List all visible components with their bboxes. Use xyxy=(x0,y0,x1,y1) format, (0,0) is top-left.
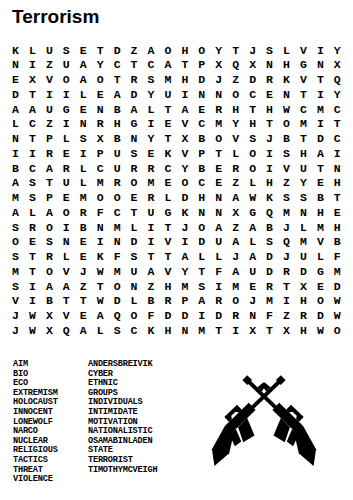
grid-cell: I xyxy=(24,279,41,294)
grid-cell: L xyxy=(24,205,41,220)
grid-cell: U xyxy=(58,58,75,73)
grid-cell: I xyxy=(58,87,75,102)
grid-cell: D xyxy=(126,235,143,250)
grid-cell: Q xyxy=(109,309,126,324)
grid-cell: C xyxy=(159,161,176,176)
word-search-worksheet: Terrorism KLUSETDZAOHOYTJSLVIYNIZUAYCTCA… xyxy=(0,0,353,500)
grid-cell: S xyxy=(278,191,295,206)
grid-cell: T xyxy=(261,323,278,338)
grid-cell: M xyxy=(92,176,109,191)
grid-cell: Z xyxy=(126,43,143,58)
grid-cell: C xyxy=(126,323,143,338)
grid-cell: R xyxy=(41,250,58,265)
grid-cell: X xyxy=(278,323,295,338)
grid-cell: B xyxy=(278,132,295,147)
grid-cell: N xyxy=(126,132,143,147)
grid-cell: D xyxy=(261,250,278,265)
grid-cell: I xyxy=(329,146,346,161)
grid-cell: M xyxy=(312,220,329,235)
grid-cell: A xyxy=(244,220,261,235)
grid-cell: R xyxy=(109,176,126,191)
grid-cell: E xyxy=(75,43,92,58)
grid-cell: K xyxy=(143,323,160,338)
grid-cell: D xyxy=(244,73,261,88)
grid-cell: Q xyxy=(227,58,244,73)
grid-cell: M xyxy=(159,73,176,88)
grid-cell: R xyxy=(126,161,143,176)
grid-cell: S xyxy=(7,220,24,235)
grid-cell: T xyxy=(329,191,346,206)
grid-cell: A xyxy=(210,220,227,235)
grid-cell: T xyxy=(75,294,92,309)
grid-cell: P xyxy=(41,132,58,147)
grid-cell: R xyxy=(24,220,41,235)
grid-cell: I xyxy=(143,117,160,132)
grid-cell: B xyxy=(143,294,160,309)
grid-cell: D xyxy=(329,279,346,294)
grid-cell: O xyxy=(41,264,58,279)
grid-cell: H xyxy=(329,176,346,191)
grid-cell: E xyxy=(75,235,92,250)
grid-cell: B xyxy=(7,161,24,176)
grid-cell: H xyxy=(193,191,210,206)
grid-cell: X xyxy=(41,309,58,324)
grid-cell: O xyxy=(92,191,109,206)
grid-cell: L xyxy=(24,43,41,58)
grid-cell: S xyxy=(126,146,143,161)
grid-cell: J xyxy=(176,220,193,235)
grid-cell: O xyxy=(58,73,75,88)
grid-cell: K xyxy=(176,205,193,220)
grid-cell: U xyxy=(244,264,261,279)
grid-cell: M xyxy=(295,117,312,132)
word-list-column-2: ANDERSBREIVIKCYBERETHNICGROUPSINDIVIDUAL… xyxy=(88,360,157,475)
grid-cell: H xyxy=(244,117,261,132)
grid-cell: I xyxy=(312,117,329,132)
grid-cell: X xyxy=(244,323,261,338)
grid-cell: I xyxy=(24,146,41,161)
grid-cell: T xyxy=(261,117,278,132)
grid-cell: U xyxy=(159,87,176,102)
grid-cell: Y xyxy=(143,132,160,147)
grid-cell: M xyxy=(227,279,244,294)
grid-cell: T xyxy=(295,87,312,102)
grid-cell: N xyxy=(261,58,278,73)
grid-cell: S xyxy=(278,146,295,161)
grid-cell: O xyxy=(227,294,244,309)
grid-cell: R xyxy=(58,161,75,176)
grid-cell: L xyxy=(227,146,244,161)
grid-cell: R xyxy=(210,102,227,117)
grid-cell: B xyxy=(193,161,210,176)
grid-cell: N xyxy=(312,58,329,73)
grid-cell: F xyxy=(329,250,346,265)
grid-cell: I xyxy=(24,58,41,73)
grid-cell: T xyxy=(295,132,312,147)
grid-cell: M xyxy=(176,279,193,294)
grid-cell: A xyxy=(58,279,75,294)
grid-cell: O xyxy=(244,161,261,176)
grid-cell: N xyxy=(109,235,126,250)
grid-cell: E xyxy=(58,146,75,161)
grid-cell: M xyxy=(109,264,126,279)
grid-cell: N xyxy=(210,87,227,102)
grid-cell: X xyxy=(92,132,109,147)
grid-cell: L xyxy=(244,235,261,250)
grid-cell: G xyxy=(159,205,176,220)
grid-cell: A xyxy=(24,102,41,117)
grid-cell: V xyxy=(159,264,176,279)
grid-cell: J xyxy=(244,43,261,58)
grid-cell: F xyxy=(261,309,278,324)
grid-cell: V xyxy=(176,117,193,132)
grid-cell: W xyxy=(278,102,295,117)
grid-cell: L xyxy=(7,117,24,132)
grid-cell: Y xyxy=(176,264,193,279)
grid-cell: W xyxy=(24,309,41,324)
grid-cell: W xyxy=(92,294,109,309)
grid-cell: N xyxy=(92,220,109,235)
grid-cell: N xyxy=(193,205,210,220)
grid-cell: V xyxy=(7,294,24,309)
grid-cell: L xyxy=(126,220,143,235)
grid-cell: N xyxy=(7,58,24,73)
grid-cell: X xyxy=(176,132,193,147)
grid-cell: D xyxy=(210,309,227,324)
grid-cell: A xyxy=(41,205,58,220)
grid-cell: L xyxy=(75,176,92,191)
grid-cell: M xyxy=(261,294,278,309)
word-list-item: VIOLENCE xyxy=(13,475,58,485)
grid-cell: L xyxy=(312,250,329,265)
grid-cell: T xyxy=(92,43,109,58)
grid-cell: O xyxy=(92,73,109,88)
grid-cell: L xyxy=(143,102,160,117)
grid-cell: I xyxy=(7,146,24,161)
grid-cell: L xyxy=(278,43,295,58)
grid-cell: L xyxy=(159,191,176,206)
grid-cell: W xyxy=(329,294,346,309)
grid-cell: F xyxy=(210,264,227,279)
grid-cell: R xyxy=(295,309,312,324)
grid-cell: I xyxy=(193,309,210,324)
grid-cell: E xyxy=(193,102,210,117)
grid-cell: A xyxy=(126,102,143,117)
grid-cell: X xyxy=(295,279,312,294)
grid-cell: T xyxy=(159,102,176,117)
grid-cell: E xyxy=(75,102,92,117)
grid-cell: Y xyxy=(227,117,244,132)
grid-cell: C xyxy=(329,102,346,117)
grid-cell: O xyxy=(278,117,295,132)
grid-cell: Z xyxy=(143,279,160,294)
grid-cell: D xyxy=(312,309,329,324)
grid-cell: A xyxy=(41,161,58,176)
grid-cell: Y xyxy=(92,58,109,73)
grid-cell: L xyxy=(92,323,109,338)
grid-cell: N xyxy=(295,205,312,220)
grid-cell: T xyxy=(109,73,126,88)
grid-cell: S xyxy=(7,279,24,294)
grid-cell: T xyxy=(58,294,75,309)
grid-cell: A xyxy=(143,264,160,279)
grid-cell: R xyxy=(227,161,244,176)
grid-cell: A xyxy=(159,58,176,73)
grid-cell: B xyxy=(261,220,278,235)
grid-cell: J xyxy=(7,309,24,324)
grid-cell: H xyxy=(295,323,312,338)
grid-cell: T xyxy=(92,279,109,294)
word-list-item: TIMOTHYMCVEIGH xyxy=(88,466,157,476)
grid-cell: O xyxy=(109,279,126,294)
grid-cell: S xyxy=(261,235,278,250)
grid-cell: L xyxy=(58,250,75,265)
grid-cell: E xyxy=(7,73,24,88)
grid-cell: B xyxy=(329,235,346,250)
grid-cell: Y xyxy=(295,176,312,191)
grid-cell: W xyxy=(244,191,261,206)
grid-cell: Y xyxy=(329,87,346,102)
grid-cell: A xyxy=(176,102,193,117)
grid-cell: I xyxy=(75,146,92,161)
grid-cell: R xyxy=(210,294,227,309)
grid-cell: T xyxy=(193,264,210,279)
grid-cell: Z xyxy=(227,176,244,191)
grid-cell: C xyxy=(109,58,126,73)
grid-cell: U xyxy=(41,102,58,117)
grid-cell: Z xyxy=(227,73,244,88)
grid-cell: M xyxy=(75,191,92,206)
grid-cell: I xyxy=(261,161,278,176)
grid-cell: O xyxy=(244,146,261,161)
grid-cell: I xyxy=(227,323,244,338)
grid-cell: Y xyxy=(329,43,346,58)
grid-cell: L xyxy=(193,250,210,265)
grid-cell: E xyxy=(143,146,160,161)
grid-cell: E xyxy=(159,176,176,191)
grid-cell: G xyxy=(126,117,143,132)
grid-cell: R xyxy=(227,309,244,324)
grid-cell: N xyxy=(278,87,295,102)
grid-cell: B xyxy=(312,191,329,206)
grid-cell: C xyxy=(329,132,346,147)
grid-cell: H xyxy=(295,146,312,161)
grid-cell: N xyxy=(75,117,92,132)
crossed-rifles-icon xyxy=(202,370,326,470)
grid-cell: O xyxy=(312,294,329,309)
grid-cell: N xyxy=(126,279,143,294)
grid-cell: A xyxy=(75,323,92,338)
grid-cell: T xyxy=(41,176,58,191)
grid-cell: M xyxy=(278,205,295,220)
grid-cell: P xyxy=(193,146,210,161)
grid-cell: O xyxy=(210,132,227,147)
grid-cell: K xyxy=(92,250,109,265)
grid-cell: S xyxy=(58,43,75,58)
grid-cell: V xyxy=(295,73,312,88)
grid-cell: G xyxy=(295,58,312,73)
grid-cell: R xyxy=(159,294,176,309)
grid-cell: S xyxy=(143,73,160,88)
grid-cell: E xyxy=(159,117,176,132)
grid-cell: I xyxy=(312,43,329,58)
grid-cell: Z xyxy=(75,279,92,294)
grid-cell: D xyxy=(176,191,193,206)
grid-cell: B xyxy=(109,102,126,117)
grid-cell: S xyxy=(261,43,278,58)
grid-cell: Q xyxy=(261,205,278,220)
grid-cell: X xyxy=(329,58,346,73)
grid-cell: E xyxy=(92,87,109,102)
grid-cell: K xyxy=(261,191,278,206)
grid-cell: T xyxy=(126,205,143,220)
grid-cell: F xyxy=(92,205,109,220)
grid-cell: C xyxy=(92,161,109,176)
grid-cell: O xyxy=(7,235,24,250)
grid-cell: Z xyxy=(278,309,295,324)
grid-cell: L xyxy=(75,87,92,102)
grid-cell: E xyxy=(75,250,92,265)
grid-cell: H xyxy=(109,117,126,132)
grid-cell: D xyxy=(109,43,126,58)
grid-cell: O xyxy=(58,205,75,220)
grid-cell: T xyxy=(227,43,244,58)
grid-cell: G xyxy=(244,205,261,220)
grid-cell: U xyxy=(210,235,227,250)
grid-cell: S xyxy=(193,279,210,294)
grid-cell: A xyxy=(92,309,109,324)
grid-cell: U xyxy=(143,205,160,220)
grid-cell: C xyxy=(109,205,126,220)
grid-cell: E xyxy=(261,87,278,102)
grid-cell: R xyxy=(278,264,295,279)
grid-cell: E xyxy=(329,205,346,220)
grid-cell: A xyxy=(41,279,58,294)
grid-cell: R xyxy=(75,205,92,220)
grid-cell: N xyxy=(329,161,346,176)
grid-cell: E xyxy=(126,191,143,206)
word-list-column-1: AIMBIOECOEXTREMISMHOLOCAUSTINNOCENTLONEW… xyxy=(13,360,58,485)
grid-cell: O xyxy=(159,43,176,58)
grid-cell: T xyxy=(143,250,160,265)
grid-cell: L xyxy=(244,176,261,191)
grid-cell: X xyxy=(244,58,261,73)
grid-cell: D xyxy=(261,264,278,279)
grid-cell: I xyxy=(176,235,193,250)
grid-cell: A xyxy=(227,235,244,250)
grid-cell: H xyxy=(312,205,329,220)
grid-cell: T xyxy=(278,279,295,294)
grid-cell: S xyxy=(41,235,58,250)
grid-cell: N xyxy=(176,323,193,338)
grid-cell: R xyxy=(126,73,143,88)
grid-cell: Z xyxy=(227,220,244,235)
grid-cell: E xyxy=(312,279,329,294)
grid-cell: D xyxy=(159,309,176,324)
grid-cell: A xyxy=(7,176,24,191)
grid-cell: U xyxy=(41,43,58,58)
grid-cell: B xyxy=(75,220,92,235)
grid-cell: B xyxy=(109,132,126,147)
grid-cell: E xyxy=(75,309,92,324)
grid-cell: V xyxy=(58,309,75,324)
grid-cell: J xyxy=(7,323,24,338)
grid-cell: L xyxy=(58,132,75,147)
grid-cell: M xyxy=(7,264,24,279)
grid-cell: O xyxy=(176,176,193,191)
word-search-grid: KLUSETDZAOHOYTJSLVIYNIZUAYCTCATPXQXNHGNX… xyxy=(7,43,346,338)
grid-cell: T xyxy=(24,250,41,265)
grid-cell: X xyxy=(41,323,58,338)
grid-cell: A xyxy=(176,250,193,265)
grid-cell: D xyxy=(193,73,210,88)
grid-cell: A xyxy=(193,294,210,309)
grid-cell: Z xyxy=(41,117,58,132)
grid-cell: I xyxy=(210,279,227,294)
grid-cell: J xyxy=(278,250,295,265)
grid-cell: D xyxy=(193,235,210,250)
grid-cell: C xyxy=(24,161,41,176)
grid-cell: S xyxy=(244,132,261,147)
grid-cell: A xyxy=(244,250,261,265)
grid-cell: J xyxy=(210,73,227,88)
grid-cell: M xyxy=(109,220,126,235)
grid-cell: X xyxy=(24,73,41,88)
grid-cell: Q xyxy=(278,235,295,250)
grid-cell: V xyxy=(41,73,58,88)
grid-cell: H xyxy=(227,102,244,117)
grid-cell: P xyxy=(41,191,58,206)
grid-cell: T xyxy=(312,161,329,176)
grid-cell: R xyxy=(261,73,278,88)
grid-cell: C xyxy=(295,102,312,117)
grid-cell: E xyxy=(244,279,261,294)
grid-cell: V xyxy=(159,235,176,250)
grid-cell: R xyxy=(143,191,160,206)
grid-cell: T xyxy=(329,117,346,132)
grid-cell: A xyxy=(143,43,160,58)
grid-cell: J xyxy=(75,264,92,279)
grid-cell: J xyxy=(227,250,244,265)
grid-cell: A xyxy=(7,102,24,117)
grid-cell: C xyxy=(193,117,210,132)
grid-cell: S xyxy=(126,250,143,265)
grid-cell: T xyxy=(176,58,193,73)
grid-cell: H xyxy=(159,279,176,294)
grid-cell: X xyxy=(210,58,227,73)
grid-cell: W xyxy=(329,309,346,324)
grid-cell: I xyxy=(143,220,160,235)
grid-cell: E xyxy=(58,191,75,206)
grid-cell: D xyxy=(126,87,143,102)
grid-cell: I xyxy=(278,294,295,309)
grid-cell: Y xyxy=(143,87,160,102)
grid-cell: B xyxy=(41,294,58,309)
grid-cell: L xyxy=(295,220,312,235)
grid-cell: N xyxy=(244,309,261,324)
grid-cell: T xyxy=(312,73,329,88)
grid-cell: M xyxy=(210,117,227,132)
grid-cell: K xyxy=(159,146,176,161)
grid-cell: W xyxy=(312,323,329,338)
grid-cell: I xyxy=(143,235,160,250)
grid-cell: Q xyxy=(329,73,346,88)
grid-cell: H xyxy=(159,323,176,338)
page-title: Terrorism xyxy=(12,6,99,28)
grid-cell: Y xyxy=(210,43,227,58)
grid-cell: O xyxy=(109,191,126,206)
grid-cell: S xyxy=(75,132,92,147)
